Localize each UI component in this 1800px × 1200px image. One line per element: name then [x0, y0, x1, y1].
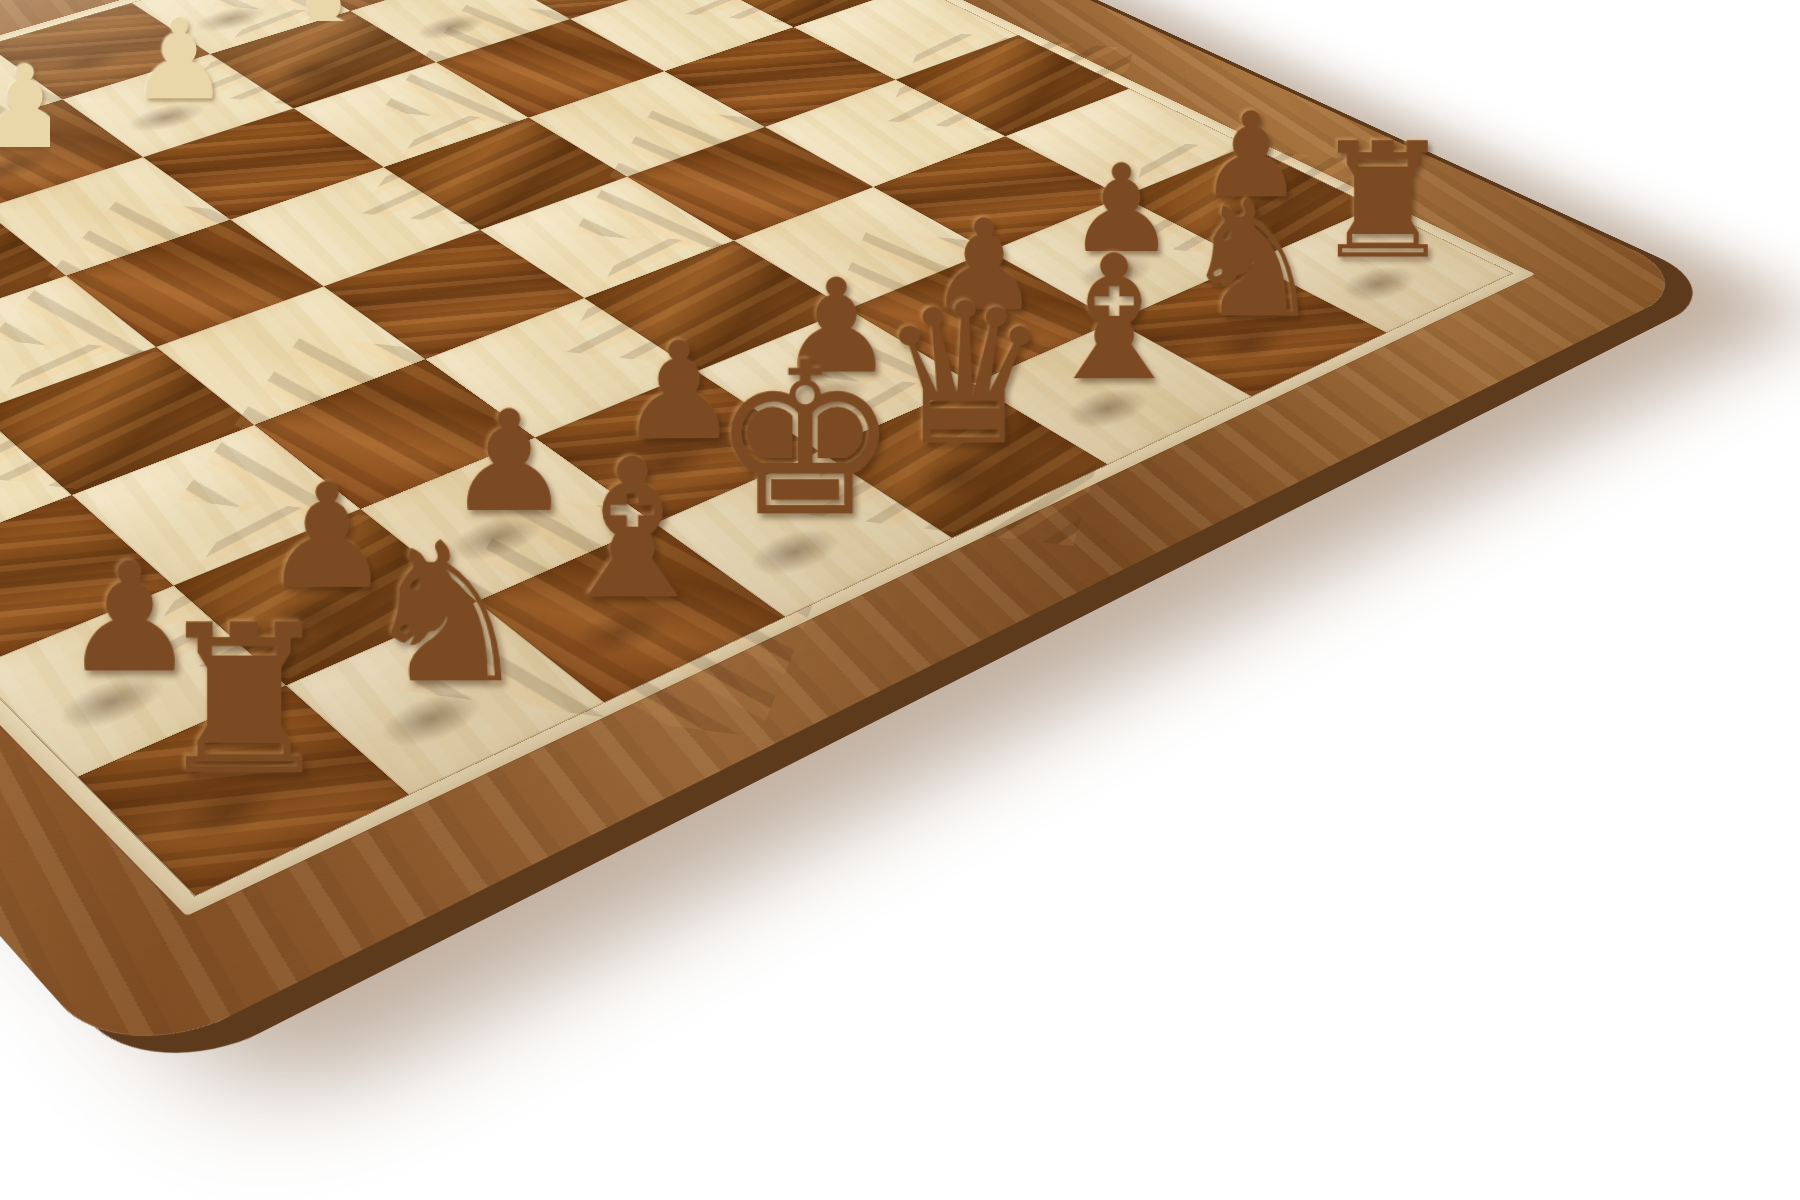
piece-black-rook-h8[interactable]: ♜: [73, 597, 417, 803]
chess-board: ♜♞♝♚♛♝♞♜♟♟♟♟♟♟♟♟♟♟♟♟♟♟♟♟♜♞♝♚♛♝♞♜: [0, 0, 1700, 1071]
photo-scene: ♜♞♝♚♛♝♞♜♟♟♟♟♟♟♟♟♟♟♟♟♟♟♟♟♜♞♝♚♛♝♞♜: [0, 0, 1800, 1200]
